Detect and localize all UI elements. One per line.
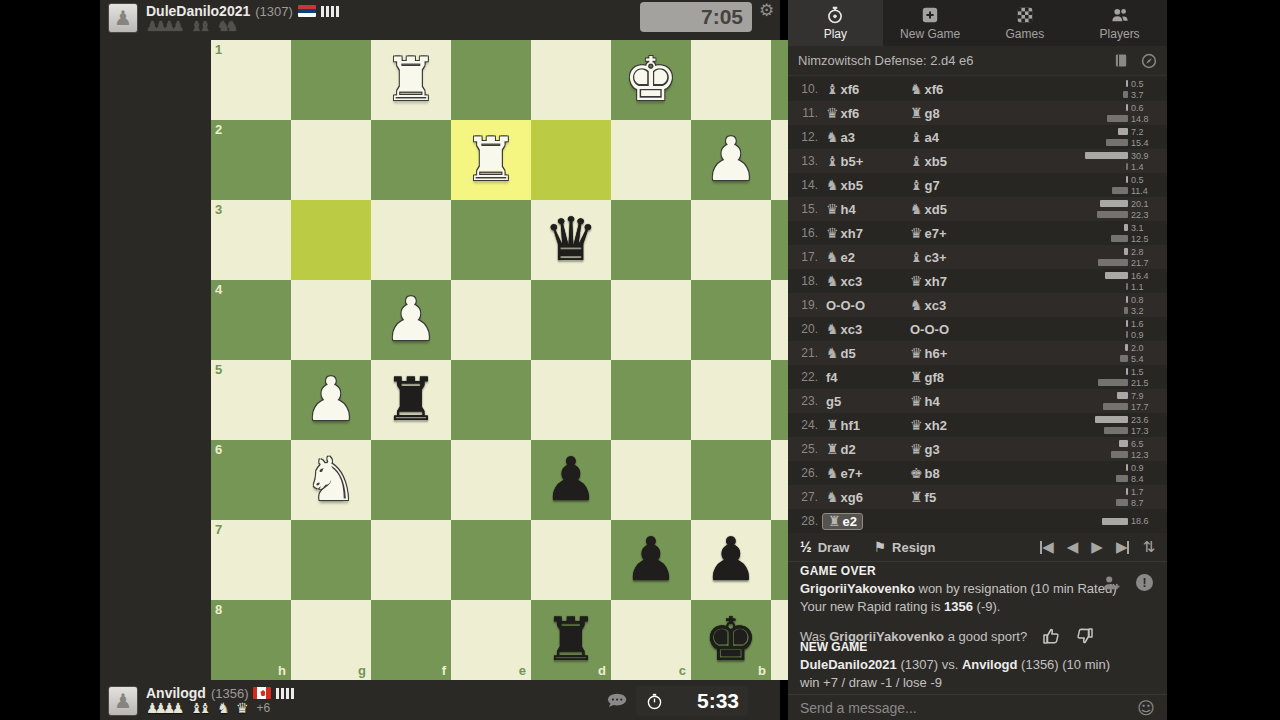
black-move[interactable]: ♝a4 xyxy=(910,130,986,145)
square-g7[interactable] xyxy=(291,520,371,600)
black-move[interactable]: ♜g8 xyxy=(910,106,986,121)
black-move-piece-icon: ♞ xyxy=(910,298,923,312)
time-seconds: 16.4 xyxy=(1131,271,1157,281)
square-h4[interactable]: 4 xyxy=(211,280,291,360)
square-h8[interactable]: 8h xyxy=(211,600,291,680)
top-clock-time: 7:05 xyxy=(701,5,743,29)
rating-prefix: Your new Rapid rating is xyxy=(800,599,944,614)
black-move[interactable]: ♝xb5 xyxy=(910,154,986,169)
square-f6[interactable] xyxy=(371,440,451,520)
add-friend-icon[interactable] xyxy=(1102,575,1120,591)
time-bar xyxy=(1126,283,1128,290)
move-number: 18. xyxy=(788,274,818,288)
black-move-piece-icon: ♜ xyxy=(910,106,923,120)
white-move[interactable]: ♞xc3 xyxy=(826,274,902,289)
time-seconds: 23.6 xyxy=(1131,415,1157,425)
white-pawn-f4[interactable]: ♟ xyxy=(371,280,451,360)
time-bar xyxy=(1095,416,1128,423)
square-h6[interactable]: 6 xyxy=(211,440,291,520)
serbia-flag-icon xyxy=(298,5,316,17)
black-move[interactable]: ♛h4 xyxy=(910,394,986,409)
move-times: 16.41.1 xyxy=(1105,269,1157,293)
emoji-smiley-icon[interactable]: ☺ xyxy=(1137,698,1155,718)
move-row-12: 12.♞a3♝a47.215.4 xyxy=(788,125,1167,149)
bottom-captured-pieces: ♟♟♟♟♝♝♞♛+6 xyxy=(146,701,270,715)
time-bar xyxy=(1126,464,1128,471)
square-b6[interactable] xyxy=(691,440,771,520)
white-move-text: xg6 xyxy=(841,490,863,505)
time-bar xyxy=(1111,451,1128,458)
black-move-piece-icon: ♛ xyxy=(910,418,923,432)
time-seconds: 17.3 xyxy=(1131,426,1157,436)
square-c1[interactable]: ♚ xyxy=(611,40,691,120)
square-c5[interactable] xyxy=(611,360,691,440)
black-move-piece-icon: ♛ xyxy=(910,226,923,240)
black-move-text: gf8 xyxy=(925,370,945,385)
move-number: 27. xyxy=(788,490,818,504)
time-bar xyxy=(1112,187,1128,194)
black-move[interactable]: ♜gf8 xyxy=(910,370,986,385)
square-g3[interactable] xyxy=(291,200,371,280)
tab-players[interactable]: Players xyxy=(1072,0,1167,46)
black-move-piece-icon: ♝ xyxy=(910,250,923,264)
square-b7[interactable]: ♟ xyxy=(691,520,771,600)
square-f8[interactable]: f xyxy=(371,600,451,680)
rank-label-2: 2 xyxy=(215,122,222,137)
square-c8[interactable]: c xyxy=(611,600,691,680)
captured-group: ♝♝ xyxy=(190,701,211,715)
square-c7[interactable]: ♟ xyxy=(611,520,691,600)
white-move[interactable]: ♞xb5 xyxy=(826,178,902,193)
move-times: 3.112.5 xyxy=(1111,221,1158,245)
black-move[interactable]: ♛e7+ xyxy=(910,226,986,241)
white-move-text: g5 xyxy=(826,394,841,409)
captured-group: ♟♟♟♟ xyxy=(146,19,184,33)
white-pawn-g5[interactable]: ♟ xyxy=(291,360,371,440)
square-c6[interactable] xyxy=(611,440,691,520)
square-c3[interactable] xyxy=(611,200,691,280)
winner-name: GrigoriiYakovenko xyxy=(800,581,915,596)
resign-flag-icon: ⚑ xyxy=(873,539,886,555)
black-move-text: xc3 xyxy=(925,298,947,313)
white-move[interactable]: ♛h4 xyxy=(826,202,902,217)
top-player-name[interactable]: DuleDanilo2021 xyxy=(146,3,250,19)
time-bar xyxy=(1126,320,1128,327)
time-bar xyxy=(1126,368,1128,375)
black-move[interactable]: ♚b8 xyxy=(910,466,986,481)
square-e5[interactable] xyxy=(451,360,531,440)
draw-button[interactable]: ½ Draw xyxy=(800,539,849,555)
square-d2[interactable] xyxy=(531,120,611,200)
move-number: 26. xyxy=(788,466,818,480)
bottom-player-clock: 5:33 xyxy=(636,686,748,716)
file-label-e: e xyxy=(519,663,526,678)
white-move[interactable]: ♞e7+ xyxy=(826,466,902,481)
time-seconds: 0.5 xyxy=(1131,175,1157,185)
white-move-piece-icon: ♜ xyxy=(828,514,841,528)
black-move-text: g7 xyxy=(925,178,940,193)
square-b8[interactable]: b♚ xyxy=(691,600,771,680)
file-label-f: f xyxy=(442,663,446,678)
stopwatch-icon xyxy=(646,693,663,710)
square-g2[interactable] xyxy=(291,120,371,200)
time-bar xyxy=(1126,104,1128,111)
move-row-15: 15.♛h4♞xd520.122.3 xyxy=(788,197,1167,221)
next-move-button[interactable]: ▶ xyxy=(1091,540,1103,555)
time-seconds: 18.6 xyxy=(1131,516,1157,526)
square-f7[interactable] xyxy=(371,520,451,600)
time-seconds: 5.4 xyxy=(1131,354,1157,364)
time-seconds: 7.9 xyxy=(1131,391,1157,401)
new-game-plus-icon xyxy=(921,6,939,24)
time-bar xyxy=(1116,475,1128,482)
top-player-avatar[interactable]: ♟ xyxy=(108,3,138,33)
move-times: 1.60.9 xyxy=(1126,317,1157,341)
black-move[interactable]: ♞xc3 xyxy=(910,298,986,313)
previous-move-button[interactable]: ◀ xyxy=(1067,540,1079,555)
half-point-icon: ½ xyxy=(800,539,812,555)
square-g1[interactable] xyxy=(291,40,371,120)
captured-group: ♞♞ xyxy=(217,19,238,33)
white-move[interactable]: ♜d2 xyxy=(826,442,902,457)
time-seconds: 21.5 xyxy=(1131,378,1157,388)
white-move[interactable]: f4 xyxy=(826,370,902,385)
panel-tabs: Play New Game Games xyxy=(788,0,1167,46)
white-move-piece-icon: ♝ xyxy=(826,82,839,96)
chat-bubble-icon[interactable] xyxy=(607,693,629,708)
square-f1[interactable]: ♜ xyxy=(371,40,451,120)
square-d1[interactable] xyxy=(531,40,611,120)
square-b4[interactable] xyxy=(691,280,771,360)
square-c4[interactable] xyxy=(611,280,691,360)
time-seconds: 30.9 xyxy=(1131,151,1157,161)
material-advantage: +6 xyxy=(256,701,270,715)
white-move-text: xc3 xyxy=(841,274,863,289)
move-number: 10. xyxy=(788,82,818,96)
move-row-18: 18.♞xc3♛xh716.41.1 xyxy=(788,269,1167,293)
square-d6[interactable]: ♟ xyxy=(531,440,611,520)
file-label-h: h xyxy=(278,663,286,678)
rating-update: Your new Rapid rating is 1356 (-9). xyxy=(800,599,1155,614)
top-captured-pieces: ♟♟♟♟♝♝♞♞ xyxy=(146,19,238,33)
white-move-piece-icon: ♝ xyxy=(826,154,839,168)
square-g5[interactable]: ♟ xyxy=(291,360,371,440)
black-move[interactable]: ♛xh7 xyxy=(910,274,986,289)
black-move-text: g3 xyxy=(925,442,940,457)
square-b2[interactable]: ♟ xyxy=(691,120,771,200)
square-e6[interactable] xyxy=(451,440,531,520)
tab-new-game[interactable]: New Game xyxy=(883,0,978,46)
time-seconds: 14.8 xyxy=(1131,114,1157,124)
square-e7[interactable] xyxy=(451,520,531,600)
square-g6[interactable]: ♞ xyxy=(291,440,371,520)
white-king-c1[interactable]: ♚ xyxy=(611,40,691,120)
white-move-piece-icon: ♞ xyxy=(826,346,839,360)
rank-label-4: 4 xyxy=(215,282,222,297)
time-bar xyxy=(1098,379,1128,386)
black-move[interactable]: ♛g3 xyxy=(910,442,986,457)
white-move[interactable]: ♞xc3 xyxy=(826,322,902,337)
move-number: 20. xyxy=(788,322,818,336)
move-times: 2.821.7 xyxy=(1098,245,1157,269)
white-move-piece-icon: ♞ xyxy=(826,250,839,264)
white-move[interactable]: ♝xf6 xyxy=(826,82,902,97)
white-rook-f1[interactable]: ♜ xyxy=(371,40,451,120)
white-move[interactable]: ♞e2 xyxy=(826,250,902,265)
report-alert-icon[interactable]: ! xyxy=(1136,574,1153,591)
black-move-piece-icon: ♚ xyxy=(910,466,923,480)
game-over-section: GAME OVER GrigoriiYakovenko won by resig… xyxy=(788,562,1167,648)
black-move[interactable]: ♞xd5 xyxy=(910,202,986,217)
rank-label-7: 7 xyxy=(215,522,222,537)
black-move-text: h6+ xyxy=(925,346,948,361)
square-f5[interactable]: ♜ xyxy=(371,360,451,440)
move-times: 20.122.3 xyxy=(1097,197,1157,221)
white-move-text: xb5 xyxy=(841,178,863,193)
square-h2[interactable]: 2 xyxy=(211,120,291,200)
white-rook-e2[interactable]: ♜ xyxy=(451,120,531,200)
black-move-text: h4 xyxy=(925,394,940,409)
move-times: 0.53.7 xyxy=(1123,77,1157,101)
white-move[interactable]: ♜e2 xyxy=(822,513,863,530)
time-bar xyxy=(1124,307,1128,314)
square-e8[interactable]: e xyxy=(451,600,531,680)
white-move-piece-icon: ♛ xyxy=(826,106,839,120)
black-move-text: f5 xyxy=(925,490,937,505)
square-d5[interactable] xyxy=(531,360,611,440)
time-seconds: 1.7 xyxy=(1131,487,1157,497)
time-bar xyxy=(1098,259,1128,266)
white-move[interactable]: ♞d5 xyxy=(826,346,902,361)
pawn-avatar-icon: ♟ xyxy=(114,691,132,711)
white-move-piece-icon: ♜ xyxy=(826,442,839,456)
captured-group: ♛ xyxy=(236,701,249,715)
black-move[interactable]: ♝g7 xyxy=(910,178,986,193)
white-move[interactable]: ♛xf6 xyxy=(826,106,902,121)
opening-row: Nimzowitsch Defense: 2.d4 e6 xyxy=(788,46,1167,76)
square-d3[interactable]: ♛ xyxy=(531,200,611,280)
move-row-13: 13.♝b5+♝xb530.91.4 xyxy=(788,149,1167,173)
bottom-clock-time: 5:33 xyxy=(697,689,739,713)
side-panel: Play New Game Games xyxy=(788,0,1167,720)
time-seconds: 17.7 xyxy=(1131,402,1157,412)
square-f4[interactable]: ♟ xyxy=(371,280,451,360)
move-row-21: 21.♞d5♛h6+2.05.4 xyxy=(788,341,1167,365)
black-move-text: xh2 xyxy=(925,418,947,433)
move-times: 0.83.2 xyxy=(1124,293,1157,317)
move-number: 24. xyxy=(788,418,818,432)
go-to-start-button[interactable]: ◀ xyxy=(1040,540,1054,555)
time-seconds: 15.4 xyxy=(1131,138,1157,148)
flip-board-button[interactable]: ⇅ xyxy=(1142,540,1155,555)
black-move-piece-icon: ♝ xyxy=(910,154,923,168)
square-c2[interactable] xyxy=(611,120,691,200)
black-move-text: b8 xyxy=(925,466,940,481)
game-area: ♟ DuleDanilo2021 (1307) ♟♟♟♟♝♝♞♞ 7:05 ⚙ … xyxy=(100,0,780,720)
black-move-text: e7+ xyxy=(925,226,947,241)
move-row-10: 10.♝xf6♞xf60.53.7 xyxy=(788,77,1167,101)
time-seconds: 1.1 xyxy=(1131,282,1157,292)
time-seconds: 6.5 xyxy=(1131,439,1157,449)
black-queen-d3[interactable]: ♛ xyxy=(531,200,611,280)
black-rook-f5[interactable]: ♜ xyxy=(371,360,451,440)
bottom-player-avatar[interactable]: ♟ xyxy=(108,686,138,716)
opening-book-icon[interactable] xyxy=(1114,53,1129,68)
tab-play[interactable]: Play xyxy=(788,0,883,46)
black-pawn-b7[interactable]: ♟ xyxy=(691,520,771,600)
black-move[interactable]: ♞xf6 xyxy=(910,82,986,97)
black-move[interactable]: ♝c3+ xyxy=(910,250,986,265)
bottom-player-bar: ♟ Anvilogd (1356) ♟♟♟♟♝♝♞♛+6 5:3 xyxy=(100,682,780,720)
black-move-piece-icon: ♝ xyxy=(910,130,923,144)
square-g8[interactable]: g xyxy=(291,600,371,680)
black-pawn-d6[interactable]: ♟ xyxy=(531,440,611,520)
time-seconds: 1.6 xyxy=(1131,319,1157,329)
move-number: 22. xyxy=(788,370,818,384)
white-move-text: hf1 xyxy=(841,418,861,433)
square-h5[interactable]: 5 xyxy=(211,360,291,440)
black-king-b8[interactable]: ♚ xyxy=(691,600,771,680)
time-bar xyxy=(1125,344,1128,351)
square-e4[interactable] xyxy=(451,280,531,360)
white-move-text: O-O-O xyxy=(826,298,865,313)
black-move[interactable]: ♛xh2 xyxy=(910,418,986,433)
message-bar: Send a message... ☺ xyxy=(788,694,1167,720)
time-bar xyxy=(1105,272,1128,279)
black-move[interactable]: ♛h6+ xyxy=(910,346,986,361)
white-move-piece-icon: ♞ xyxy=(826,490,839,504)
move-times: 1.521.5 xyxy=(1098,365,1157,389)
top-player-rating: (1307) xyxy=(255,4,293,19)
white-move-text: e2 xyxy=(843,514,857,529)
square-g4[interactable] xyxy=(291,280,371,360)
move-times: 23.617.3 xyxy=(1095,413,1157,437)
square-d4[interactable] xyxy=(531,280,611,360)
time-seconds: 8.4 xyxy=(1131,474,1157,484)
time-bar xyxy=(1126,488,1128,495)
white-move[interactable]: ♞a3 xyxy=(826,130,902,145)
white-move-piece-icon: ♞ xyxy=(826,322,839,336)
chess-board[interactable]: 1♜♚2♜♟♟3♛4♟5♟♜6♞♟7♟♟♟8hgfed♜cb♚a xyxy=(211,40,851,680)
go-to-end-button[interactable]: ▶ xyxy=(1116,540,1130,555)
square-b3[interactable] xyxy=(691,200,771,280)
settings-gear-icon[interactable]: ⚙ xyxy=(759,2,774,19)
black-move-piece-icon: ♛ xyxy=(910,394,923,408)
time-bar xyxy=(1097,211,1128,218)
file-label-c: c xyxy=(679,663,686,678)
white-move-text: f4 xyxy=(826,370,838,385)
move-number: 21. xyxy=(788,346,818,360)
move-times: 0.98.4 xyxy=(1116,461,1157,485)
move-row-19: 19.O-O-O♞xc30.83.2 xyxy=(788,293,1167,317)
black-pawn-c7[interactable]: ♟ xyxy=(611,520,691,600)
time-bar xyxy=(1124,224,1128,231)
explorer-compass-icon[interactable] xyxy=(1141,53,1157,69)
players-people-icon xyxy=(1111,6,1129,24)
time-seconds: 21.7 xyxy=(1131,258,1157,268)
message-input[interactable]: Send a message... xyxy=(800,700,1137,716)
time-bar xyxy=(1126,331,1128,338)
black-move[interactable]: ♜f5 xyxy=(910,490,986,505)
black-move-text: xb5 xyxy=(925,154,947,169)
move-number: 12. xyxy=(788,130,818,144)
time-bar xyxy=(1120,355,1128,362)
tab-new-game-label: New Game xyxy=(900,27,960,41)
white-move[interactable]: ♜hf1 xyxy=(826,418,902,433)
white-move[interactable]: ♛xh7 xyxy=(826,226,902,241)
white-knight-g6[interactable]: ♞ xyxy=(291,440,371,520)
time-seconds: 12.3 xyxy=(1131,450,1157,460)
black-move-text: xh7 xyxy=(925,274,947,289)
square-d7[interactable] xyxy=(531,520,611,600)
white-pawn-b2[interactable]: ♟ xyxy=(691,120,771,200)
move-times: 0.614.8 xyxy=(1107,101,1157,125)
opening-name[interactable]: Nimzowitsch Defense: 2.d4 e6 xyxy=(798,53,1114,68)
move-row-23: 23.g5♛h47.917.7 xyxy=(788,389,1167,413)
tab-games[interactable]: Games xyxy=(978,0,1073,46)
move-row-25: 25.♜d2♛g36.512.3 xyxy=(788,437,1167,461)
square-h1[interactable]: 1 xyxy=(211,40,291,120)
game-controls: ½ Draw ⚑ Resign ◀ ◀ ▶ ▶ ⇅ xyxy=(788,533,1167,562)
white-move-text: e2 xyxy=(841,250,855,265)
white-move[interactable]: ♞xg6 xyxy=(826,490,902,505)
player2-name: Anvilogd xyxy=(962,657,1018,672)
white-move-piece-icon: ♞ xyxy=(826,130,839,144)
time-bar xyxy=(1107,115,1128,122)
black-move-text: g8 xyxy=(925,106,940,121)
time-seconds: 20.1 xyxy=(1131,199,1157,209)
time-bar xyxy=(1111,235,1129,242)
bottom-player-name[interactable]: Anvilogd xyxy=(146,685,206,701)
white-move-text: d5 xyxy=(841,346,856,361)
player1-name: DuleDanilo2021 xyxy=(800,657,897,672)
white-move-piece-icon: ♞ xyxy=(826,274,839,288)
time-bar xyxy=(1118,128,1128,135)
white-move[interactable]: ♝b5+ xyxy=(826,154,902,169)
time-bar xyxy=(1126,296,1128,303)
square-f3[interactable] xyxy=(371,200,451,280)
white-move[interactable]: g5 xyxy=(826,394,902,409)
move-times: 6.512.3 xyxy=(1111,437,1157,461)
move-number: 25. xyxy=(788,442,818,456)
time-seconds: 3.2 xyxy=(1131,306,1157,316)
move-list: 10.♝xf6♞xf60.53.711.♛xf6♜g80.614.812.♞a3… xyxy=(788,77,1167,533)
black-move-piece-icon: ♞ xyxy=(910,82,923,96)
square-b5[interactable] xyxy=(691,360,771,440)
square-e1[interactable] xyxy=(451,40,531,120)
time-seconds: 2.0 xyxy=(1131,343,1157,353)
black-move[interactable]: O-O-O xyxy=(910,322,986,337)
square-e2[interactable]: ♜ xyxy=(451,120,531,200)
time-bar xyxy=(1104,427,1128,434)
square-h7[interactable]: 7 xyxy=(211,520,291,600)
square-e3[interactable] xyxy=(451,200,531,280)
move-number: 19. xyxy=(788,298,818,312)
square-h3[interactable]: 3 xyxy=(211,200,291,280)
square-f2[interactable] xyxy=(371,120,451,200)
move-row-22: 22.f4♜gf81.521.5 xyxy=(788,365,1167,389)
time-seconds: 1.4 xyxy=(1131,162,1157,172)
resign-button[interactable]: ⚑ Resign xyxy=(873,539,935,555)
black-rook-d8[interactable]: ♜ xyxy=(531,600,611,680)
square-b1[interactable] xyxy=(691,40,771,120)
black-move-text: xd5 xyxy=(925,202,947,217)
time-seconds: 7.2 xyxy=(1131,127,1157,137)
square-d8[interactable]: d♜ xyxy=(531,600,611,680)
move-row-27: 27.♞xg6♜f51.78.7 xyxy=(788,485,1167,509)
white-move[interactable]: O-O-O xyxy=(826,298,902,313)
move-times: 7.215.4 xyxy=(1106,125,1157,149)
